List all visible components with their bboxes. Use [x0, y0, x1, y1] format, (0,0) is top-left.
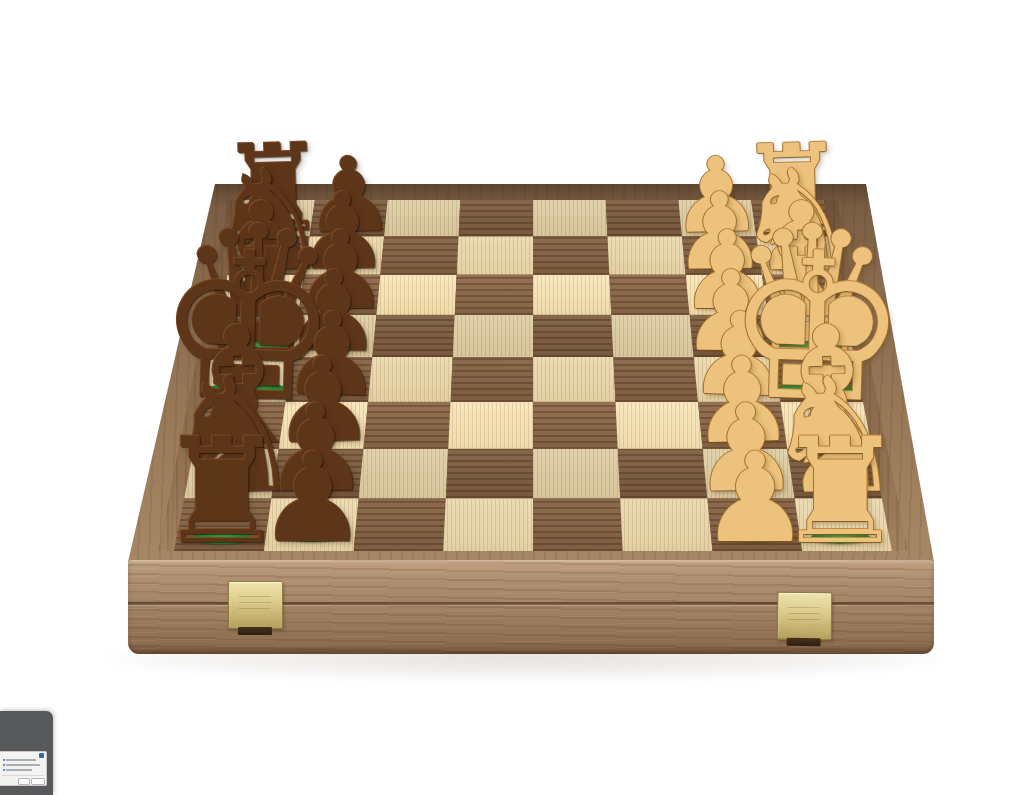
bullet-icon [3, 764, 5, 766]
felt-base [811, 531, 869, 543]
felt-base [328, 223, 369, 232]
felt-base [319, 300, 362, 309]
brass-latch-left [228, 581, 283, 629]
felt-base [242, 259, 298, 271]
thumbnail-button[interactable] [31, 778, 45, 785]
bullet-icon [3, 769, 5, 771]
latch-catch-plate [238, 627, 272, 635]
felt-base [716, 385, 762, 395]
felt-base [769, 259, 825, 271]
chess-board-panel [158, 200, 908, 551]
thumbnail-text-line [6, 759, 36, 761]
thumbnail-text-line [6, 769, 32, 771]
thumbnail-text-line [6, 764, 40, 766]
brass-latch-right [777, 592, 833, 641]
felt-base [193, 531, 251, 543]
bullet-icon [3, 759, 5, 761]
felt-base [309, 385, 355, 395]
felt-base [696, 223, 737, 232]
felt-base [706, 300, 749, 309]
thumbnail-dialog [0, 751, 47, 786]
felt-base [311, 341, 355, 350]
latch-catch-plate [787, 638, 821, 646]
latch-engraving [788, 607, 820, 625]
felt-base [795, 430, 860, 444]
thumbnail-button[interactable] [18, 778, 30, 785]
product-photo-scene: ♜♟♟♜♞♟♟♞♝♟♟♝♛♟♟♛♚♟♟♚♝♟♟♝♞♟♟♞♜♟♟♜ [0, 0, 1023, 795]
thumbnail-divider [2, 775, 44, 776]
felt-base [205, 430, 270, 444]
latch-engraving [239, 596, 271, 614]
thumbnail-close-icon[interactable] [39, 753, 44, 758]
felt-base [708, 341, 752, 350]
screenshot-thumbnail-window[interactable] [0, 711, 53, 795]
